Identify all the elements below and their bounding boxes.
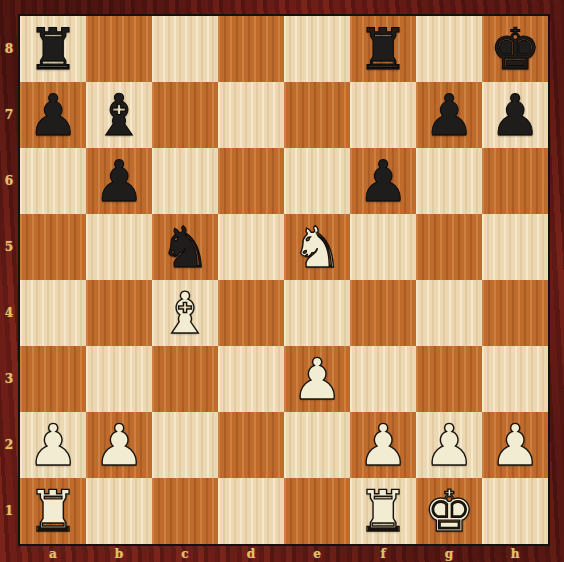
square-b1[interactable] [86,478,152,544]
piece-white-knight-e5[interactable]: ♞ [291,214,342,280]
square-d4[interactable] [218,280,284,346]
file-label-text-d: d [247,547,255,561]
file-label-text-c: c [181,547,188,561]
file-label-a: a [20,545,86,562]
square-e8[interactable] [284,16,350,82]
square-h5[interactable] [482,214,548,280]
square-g2[interactable]: ♟ [416,412,482,478]
piece-white-bishop-c4[interactable]: ♝ [159,280,210,346]
piece-white-pawn-f2[interactable]: ♟ [357,412,408,478]
square-f8[interactable]: ♜ [350,16,416,82]
piece-white-pawn-g2[interactable]: ♟ [423,412,474,478]
rank-label-text-8: 8 [5,42,13,56]
square-b5[interactable] [86,214,152,280]
piece-white-pawn-b2[interactable]: ♟ [93,412,144,478]
piece-black-pawn-f6[interactable]: ♟ [357,148,408,214]
rank-label-text-1: 1 [5,504,13,518]
chess-board-frame: 87654321 ♜♜♚♟♝♟♟♟♟♞♞♝♟♟♟♟♟♟♜♜♚ abcdefgh [0,0,564,562]
square-e1[interactable] [284,478,350,544]
square-a6[interactable] [20,148,86,214]
rank-label-1: 1 [0,478,18,544]
square-c2[interactable] [152,412,218,478]
square-c8[interactable] [152,16,218,82]
piece-white-pawn-h2[interactable]: ♟ [489,412,540,478]
file-label-f: f [350,545,416,562]
rank-label-8: 8 [0,16,18,82]
square-f2[interactable]: ♟ [350,412,416,478]
square-h3[interactable] [482,346,548,412]
piece-black-bishop-b7[interactable]: ♝ [93,82,144,148]
square-g3[interactable] [416,346,482,412]
file-label-d: d [218,545,284,562]
square-h8[interactable]: ♚ [482,16,548,82]
file-label-h: h [482,545,548,562]
square-f3[interactable] [350,346,416,412]
square-e4[interactable] [284,280,350,346]
piece-black-pawn-g7[interactable]: ♟ [423,82,474,148]
chess-board: ♜♜♚♟♝♟♟♟♟♞♞♝♟♟♟♟♟♟♜♜♚ [18,14,550,546]
square-a3[interactable] [20,346,86,412]
piece-black-rook-f8[interactable]: ♜ [357,16,408,82]
file-label-text-h: h [511,547,520,561]
square-e5[interactable]: ♞ [284,214,350,280]
square-d2[interactable] [218,412,284,478]
square-d7[interactable] [218,82,284,148]
piece-black-king-h8[interactable]: ♚ [489,16,540,82]
square-d3[interactable] [218,346,284,412]
square-a5[interactable] [20,214,86,280]
square-b3[interactable] [86,346,152,412]
rank-labels: 87654321 [0,16,18,544]
board-grid: ♜♜♚♟♝♟♟♟♟♞♞♝♟♟♟♟♟♟♜♜♚ [20,16,548,544]
file-label-g: g [416,545,482,562]
square-c4[interactable]: ♝ [152,280,218,346]
square-c7[interactable] [152,82,218,148]
piece-white-rook-f1[interactable]: ♜ [357,478,408,544]
square-e6[interactable] [284,148,350,214]
square-c6[interactable] [152,148,218,214]
square-d5[interactable] [218,214,284,280]
piece-white-king-g1[interactable]: ♚ [423,478,474,544]
square-a7[interactable]: ♟ [20,82,86,148]
square-d6[interactable] [218,148,284,214]
square-f7[interactable] [350,82,416,148]
piece-white-rook-a1[interactable]: ♜ [27,478,78,544]
square-c1[interactable] [152,478,218,544]
rank-label-text-5: 5 [5,240,13,254]
square-g6[interactable] [416,148,482,214]
square-d8[interactable] [218,16,284,82]
square-b8[interactable] [86,16,152,82]
rank-label-text-6: 6 [5,174,13,188]
square-a8[interactable]: ♜ [20,16,86,82]
square-b4[interactable] [86,280,152,346]
square-h2[interactable]: ♟ [482,412,548,478]
rank-label-text-2: 2 [5,438,13,452]
rank-label-6: 6 [0,148,18,214]
rank-label-2: 2 [0,412,18,478]
piece-black-knight-c5[interactable]: ♞ [159,214,210,280]
file-label-c: c [152,545,218,562]
file-label-text-e: e [313,547,321,561]
piece-white-pawn-e3[interactable]: ♟ [291,346,342,412]
square-h4[interactable] [482,280,548,346]
square-a4[interactable] [20,280,86,346]
square-b7[interactable]: ♝ [86,82,152,148]
square-c3[interactable] [152,346,218,412]
rank-label-5: 5 [0,214,18,280]
square-f1[interactable]: ♜ [350,478,416,544]
rank-label-4: 4 [0,280,18,346]
square-f6[interactable]: ♟ [350,148,416,214]
square-b2[interactable]: ♟ [86,412,152,478]
square-a1[interactable]: ♜ [20,478,86,544]
square-g5[interactable] [416,214,482,280]
square-c5[interactable]: ♞ [152,214,218,280]
square-f5[interactable] [350,214,416,280]
piece-black-pawn-a7[interactable]: ♟ [27,82,78,148]
piece-white-pawn-a2[interactable]: ♟ [27,412,78,478]
square-e2[interactable] [284,412,350,478]
square-g4[interactable] [416,280,482,346]
piece-black-pawn-b6[interactable]: ♟ [93,148,144,214]
file-label-text-f: f [380,547,385,561]
piece-black-rook-a8[interactable]: ♜ [27,16,78,82]
square-a2[interactable]: ♟ [20,412,86,478]
square-g7[interactable]: ♟ [416,82,482,148]
rank-label-text-3: 3 [5,372,13,386]
piece-black-pawn-h7[interactable]: ♟ [489,82,540,148]
rank-label-7: 7 [0,82,18,148]
file-label-text-b: b [115,547,123,561]
square-h1[interactable] [482,478,548,544]
square-f4[interactable] [350,280,416,346]
square-h6[interactable] [482,148,548,214]
rank-label-3: 3 [0,346,18,412]
square-h7[interactable]: ♟ [482,82,548,148]
file-label-text-g: g [445,547,453,561]
square-b6[interactable]: ♟ [86,148,152,214]
square-g8[interactable] [416,16,482,82]
square-e3[interactable]: ♟ [284,346,350,412]
file-labels: abcdefgh [20,545,548,562]
file-label-b: b [86,545,152,562]
square-d1[interactable] [218,478,284,544]
file-label-e: e [284,545,350,562]
square-e7[interactable] [284,82,350,148]
square-g1[interactable]: ♚ [416,478,482,544]
file-label-text-a: a [49,547,57,561]
rank-label-text-7: 7 [5,108,13,122]
rank-label-text-4: 4 [5,306,13,320]
